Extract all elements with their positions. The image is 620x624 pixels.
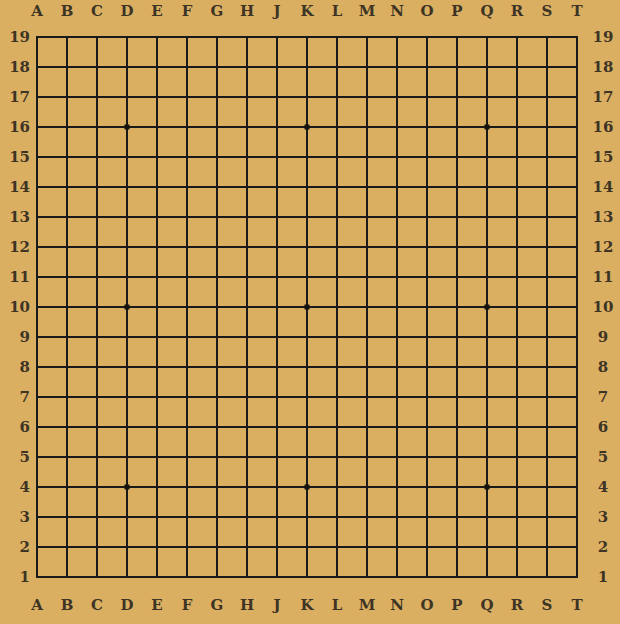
board-cell xyxy=(487,427,517,457)
board-cell xyxy=(307,397,337,427)
board-cell xyxy=(517,487,547,517)
board-cell xyxy=(97,397,127,427)
board-cell xyxy=(277,37,307,67)
board-cell xyxy=(37,367,67,397)
board-cell xyxy=(337,187,367,217)
board-cell xyxy=(187,157,217,187)
board-cell xyxy=(217,457,247,487)
board-cell xyxy=(367,457,397,487)
board-cell xyxy=(97,217,127,247)
board-cell xyxy=(427,187,457,217)
coord-label-row-6: 6 xyxy=(4,417,30,437)
board-cell xyxy=(127,517,157,547)
coord-label-row-13: 13 xyxy=(590,207,616,227)
board-cell xyxy=(217,217,247,247)
board-cell xyxy=(157,247,187,277)
board-cell xyxy=(307,37,337,67)
board-cell xyxy=(457,487,487,517)
board-cell xyxy=(337,397,367,427)
board-cell xyxy=(427,457,457,487)
board-cell xyxy=(487,127,517,157)
board-cell xyxy=(457,127,487,157)
board-cell xyxy=(187,517,217,547)
board-cell xyxy=(307,217,337,247)
star-point-Q16 xyxy=(485,125,490,130)
board-cell xyxy=(427,127,457,157)
board-cell xyxy=(397,367,427,397)
board-cell xyxy=(307,367,337,397)
board-cell xyxy=(307,457,337,487)
board-cell xyxy=(307,97,337,127)
board-cell xyxy=(217,247,247,277)
coord-label-row-11: 11 xyxy=(4,267,30,287)
board-cell xyxy=(97,37,127,67)
board-cell xyxy=(97,97,127,127)
board-cell xyxy=(337,217,367,247)
board-cell xyxy=(397,37,427,67)
board-cell xyxy=(337,247,367,277)
coord-label-row-19: 19 xyxy=(4,27,30,47)
board-cell xyxy=(397,187,427,217)
board-cell xyxy=(457,37,487,67)
board-cell xyxy=(187,217,217,247)
board-cell xyxy=(337,127,367,157)
coord-label-col-R: R xyxy=(502,1,532,21)
board-cell xyxy=(277,247,307,277)
board-cell xyxy=(67,457,97,487)
coord-label-col-P: P xyxy=(442,595,472,615)
board-cell xyxy=(337,457,367,487)
board-cell xyxy=(217,487,247,517)
board-cell xyxy=(217,157,247,187)
board-cell xyxy=(397,337,427,367)
coord-label-col-O: O xyxy=(412,1,442,21)
board-cell xyxy=(367,37,397,67)
board-cell xyxy=(157,157,187,187)
board-cell xyxy=(517,187,547,217)
coord-label-col-C: C xyxy=(82,595,112,615)
board-cell xyxy=(247,37,277,67)
board-cell xyxy=(397,247,427,277)
board-cell xyxy=(337,547,367,577)
board-cell xyxy=(427,217,457,247)
board-cell xyxy=(397,127,427,157)
coord-label-row-16: 16 xyxy=(4,117,30,137)
board-cell xyxy=(517,37,547,67)
coord-label-col-J: J xyxy=(262,595,292,615)
board-cell xyxy=(187,457,217,487)
board-cell xyxy=(157,127,187,157)
board-cell xyxy=(547,487,577,517)
coord-label-row-12: 12 xyxy=(590,237,616,257)
board-cell xyxy=(517,217,547,247)
board-cell xyxy=(397,457,427,487)
board-cell xyxy=(187,277,217,307)
board-cell xyxy=(97,427,127,457)
board-cell xyxy=(487,67,517,97)
board-cell xyxy=(127,337,157,367)
board-cell xyxy=(397,397,427,427)
board-cell xyxy=(247,337,277,367)
board-cell xyxy=(367,127,397,157)
board-cell xyxy=(157,487,187,517)
board-cell xyxy=(127,277,157,307)
coord-label-col-E: E xyxy=(142,595,172,615)
star-point-D4 xyxy=(125,485,130,490)
board-cell xyxy=(397,217,427,247)
board-cell xyxy=(487,517,517,547)
board-cell xyxy=(427,247,457,277)
coord-label-col-B: B xyxy=(52,595,82,615)
board-cell xyxy=(217,367,247,397)
board-cell xyxy=(487,457,517,487)
board-cell xyxy=(277,367,307,397)
board-cell xyxy=(127,157,157,187)
board-cell xyxy=(67,487,97,517)
board-cell xyxy=(427,157,457,187)
star-point-Q4 xyxy=(485,485,490,490)
board-cell xyxy=(97,487,127,517)
board-cell xyxy=(247,67,277,97)
board-cell xyxy=(67,157,97,187)
board-cell xyxy=(307,67,337,97)
board-cell xyxy=(97,67,127,97)
board-cell xyxy=(517,247,547,277)
coord-label-col-B: B xyxy=(52,1,82,21)
board-cell xyxy=(547,247,577,277)
board-cell xyxy=(127,397,157,427)
board-cell xyxy=(187,547,217,577)
board-cell xyxy=(157,517,187,547)
board-cell xyxy=(247,457,277,487)
board-cell xyxy=(247,247,277,277)
coord-label-row-1: 1 xyxy=(590,567,616,587)
board-cell xyxy=(187,307,217,337)
board-cell xyxy=(517,307,547,337)
board-cell xyxy=(247,157,277,187)
board-cell xyxy=(547,157,577,187)
board-cell xyxy=(157,187,187,217)
board-cell xyxy=(547,37,577,67)
board-cell xyxy=(277,157,307,187)
coord-label-row-10: 10 xyxy=(4,297,30,317)
board-cell xyxy=(367,307,397,337)
board-cell xyxy=(37,307,67,337)
board-cell xyxy=(517,547,547,577)
board-cell xyxy=(277,427,307,457)
coord-label-row-10: 10 xyxy=(590,297,616,317)
coord-label-row-4: 4 xyxy=(4,477,30,497)
board-cell xyxy=(397,547,427,577)
board-cell xyxy=(487,157,517,187)
board-cell xyxy=(247,97,277,127)
board-cell xyxy=(367,247,397,277)
board-cell xyxy=(187,97,217,127)
board-cell xyxy=(37,97,67,127)
board-cell xyxy=(187,487,217,517)
board-cell xyxy=(427,517,457,547)
board-cell xyxy=(217,547,247,577)
coord-label-col-D: D xyxy=(112,1,142,21)
coord-label-col-A: A xyxy=(22,1,52,21)
board-cell xyxy=(367,97,397,127)
board-cell xyxy=(127,217,157,247)
board-cell xyxy=(127,457,157,487)
board-cell xyxy=(307,427,337,457)
board-cell xyxy=(187,247,217,277)
board-cell xyxy=(217,127,247,157)
board-cell xyxy=(217,517,247,547)
board-cell xyxy=(187,367,217,397)
coord-label-row-8: 8 xyxy=(590,357,616,377)
board-cell xyxy=(67,367,97,397)
board-cell xyxy=(97,337,127,367)
board-cell xyxy=(187,37,217,67)
board-cell xyxy=(247,397,277,427)
star-point-K4 xyxy=(305,485,310,490)
board-cell xyxy=(367,217,397,247)
board-cell xyxy=(457,337,487,367)
board-cell xyxy=(427,67,457,97)
board-cell xyxy=(337,37,367,67)
board-cell xyxy=(277,217,307,247)
coord-label-col-G: G xyxy=(202,1,232,21)
board-cell xyxy=(127,487,157,517)
coord-label-col-S: S xyxy=(532,1,562,21)
board-cell xyxy=(307,547,337,577)
coord-label-col-M: M xyxy=(352,1,382,21)
coord-label-col-N: N xyxy=(382,1,412,21)
board-cell xyxy=(187,427,217,457)
board-cell xyxy=(127,367,157,397)
board-cell xyxy=(307,517,337,547)
board-cell xyxy=(277,517,307,547)
board-cell xyxy=(97,247,127,277)
coord-label-row-14: 14 xyxy=(4,177,30,197)
board-cell xyxy=(337,277,367,307)
board-cell xyxy=(457,67,487,97)
board-cell xyxy=(337,157,367,187)
coord-label-col-T: T xyxy=(562,1,592,21)
board-cell xyxy=(427,37,457,67)
board-cell xyxy=(547,517,577,547)
board-cell xyxy=(307,157,337,187)
coord-label-row-2: 2 xyxy=(4,537,30,557)
board-cell xyxy=(307,337,337,367)
coord-label-col-S: S xyxy=(532,595,562,615)
board-cell xyxy=(277,547,307,577)
board-cell xyxy=(37,487,67,517)
board-cell xyxy=(217,427,247,457)
board-cell xyxy=(517,277,547,307)
board-cell xyxy=(547,97,577,127)
board-cell xyxy=(487,487,517,517)
board-cell xyxy=(307,247,337,277)
board-cell xyxy=(307,277,337,307)
board-cell xyxy=(427,487,457,517)
board-cell xyxy=(517,127,547,157)
board-cell xyxy=(397,157,427,187)
board-cell xyxy=(67,247,97,277)
coord-label-row-17: 17 xyxy=(590,87,616,107)
board-cell xyxy=(187,397,217,427)
board-cell xyxy=(127,37,157,67)
coord-label-col-F: F xyxy=(172,1,202,21)
board-cell xyxy=(277,397,307,427)
coord-label-row-18: 18 xyxy=(4,57,30,77)
coord-label-col-Q: Q xyxy=(472,1,502,21)
board-cell xyxy=(97,277,127,307)
board-cell xyxy=(337,97,367,127)
board-cell xyxy=(487,307,517,337)
coord-label-col-F: F xyxy=(172,595,202,615)
coord-label-row-4: 4 xyxy=(590,477,616,497)
board-cell xyxy=(37,247,67,277)
coord-label-row-9: 9 xyxy=(590,327,616,347)
board-cell xyxy=(97,187,127,217)
board-cell xyxy=(97,517,127,547)
coord-label-col-N: N xyxy=(382,595,412,615)
board-cell xyxy=(397,307,427,337)
coord-label-row-7: 7 xyxy=(4,387,30,407)
board-cell xyxy=(247,217,277,247)
board-cell xyxy=(427,367,457,397)
board-cell xyxy=(307,487,337,517)
board-cell xyxy=(397,97,427,127)
board-cell xyxy=(487,277,517,307)
board-cell xyxy=(37,217,67,247)
board-cell xyxy=(517,427,547,457)
coord-label-col-K: K xyxy=(292,595,322,615)
board-cell xyxy=(277,277,307,307)
board-cell xyxy=(67,217,97,247)
coord-label-row-7: 7 xyxy=(590,387,616,407)
board-cell xyxy=(457,217,487,247)
board-cell xyxy=(67,337,97,367)
board-cell xyxy=(367,547,397,577)
board-cell xyxy=(547,187,577,217)
board-cell xyxy=(217,307,247,337)
board-cell xyxy=(547,547,577,577)
board-cell xyxy=(97,547,127,577)
coord-label-col-K: K xyxy=(292,1,322,21)
star-point-K10 xyxy=(305,305,310,310)
board-cell xyxy=(127,547,157,577)
board-cell xyxy=(277,337,307,367)
board-cell xyxy=(277,127,307,157)
board-cell xyxy=(127,97,157,127)
coord-label-row-13: 13 xyxy=(4,207,30,227)
coord-label-col-T: T xyxy=(562,595,592,615)
board-cell xyxy=(427,337,457,367)
board-cell xyxy=(157,277,187,307)
board-cell xyxy=(517,337,547,367)
board-cell xyxy=(367,367,397,397)
board-cell xyxy=(367,157,397,187)
board-cell xyxy=(127,67,157,97)
board-cell xyxy=(517,67,547,97)
board-cell xyxy=(97,457,127,487)
board-cell xyxy=(127,127,157,157)
board-cell xyxy=(67,277,97,307)
board-cell xyxy=(157,67,187,97)
board-cell xyxy=(547,307,577,337)
board-cell xyxy=(127,427,157,457)
board-cell xyxy=(517,457,547,487)
board-cell xyxy=(37,397,67,427)
board-cell xyxy=(307,187,337,217)
board-cell xyxy=(307,307,337,337)
board-cell xyxy=(337,337,367,367)
board-cell xyxy=(157,337,187,367)
board-cell xyxy=(397,517,427,547)
board-cell xyxy=(547,457,577,487)
board-cell xyxy=(457,247,487,277)
board-cell xyxy=(37,337,67,367)
board-cell xyxy=(487,247,517,277)
coord-label-col-L: L xyxy=(322,1,352,21)
board-cell xyxy=(37,37,67,67)
board-cell xyxy=(547,397,577,427)
board-cell xyxy=(277,97,307,127)
board-cell xyxy=(397,67,427,97)
board-cell xyxy=(517,397,547,427)
star-point-D10 xyxy=(125,305,130,310)
board-cell xyxy=(277,487,307,517)
board-cell xyxy=(157,547,187,577)
board-cell xyxy=(247,307,277,337)
board-cell xyxy=(457,457,487,487)
board-cell xyxy=(127,307,157,337)
board-cell xyxy=(37,187,67,217)
board-cell xyxy=(157,307,187,337)
board-cell xyxy=(547,277,577,307)
coord-label-col-R: R xyxy=(502,595,532,615)
coord-label-col-H: H xyxy=(232,595,262,615)
board-cell xyxy=(457,187,487,217)
coord-label-col-G: G xyxy=(202,595,232,615)
coord-label-row-9: 9 xyxy=(4,327,30,347)
board-cell xyxy=(37,157,67,187)
board-cell xyxy=(457,97,487,127)
board-cell xyxy=(247,127,277,157)
coord-label-col-O: O xyxy=(412,595,442,615)
coord-label-col-H: H xyxy=(232,1,262,21)
board-cell xyxy=(217,97,247,127)
board-cell xyxy=(337,367,367,397)
coord-label-col-L: L xyxy=(322,595,352,615)
coord-label-row-16: 16 xyxy=(590,117,616,137)
coord-label-col-M: M xyxy=(352,595,382,615)
star-point-K16 xyxy=(305,125,310,130)
coord-label-row-14: 14 xyxy=(590,177,616,197)
board-cell xyxy=(247,427,277,457)
board-cell xyxy=(277,307,307,337)
board-cell xyxy=(367,397,397,427)
board-cell xyxy=(127,247,157,277)
coord-label-row-19: 19 xyxy=(590,27,616,47)
board-cell xyxy=(67,187,97,217)
board-cell xyxy=(217,187,247,217)
board-cell xyxy=(217,277,247,307)
coord-label-row-5: 5 xyxy=(590,447,616,467)
board-cell xyxy=(247,547,277,577)
board-cell xyxy=(67,67,97,97)
coord-label-row-18: 18 xyxy=(590,57,616,77)
coord-label-col-D: D xyxy=(112,595,142,615)
board-cell xyxy=(217,37,247,67)
board-cell xyxy=(157,427,187,457)
